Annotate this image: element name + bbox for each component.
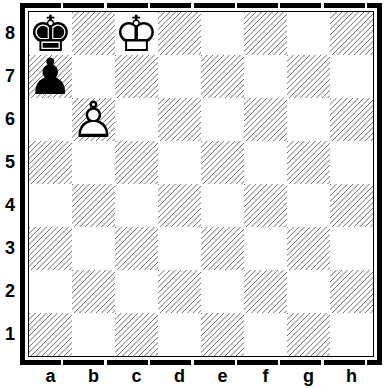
square-f7[interactable] bbox=[244, 55, 287, 98]
square-d5[interactable] bbox=[158, 141, 201, 184]
square-d4[interactable] bbox=[158, 184, 201, 227]
file-labels: abcdefgh bbox=[29, 366, 373, 386]
square-a4[interactable] bbox=[29, 184, 72, 227]
square-b1[interactable] bbox=[72, 313, 115, 356]
file-label-e: e bbox=[201, 366, 244, 387]
file-label-g: g bbox=[287, 366, 330, 387]
square-c8[interactable]: ♔ bbox=[115, 12, 158, 55]
square-g7[interactable] bbox=[287, 55, 330, 98]
square-b5[interactable] bbox=[72, 141, 115, 184]
square-g4[interactable] bbox=[287, 184, 330, 227]
piece-halo: ♟ bbox=[72, 98, 115, 141]
square-h6[interactable] bbox=[330, 98, 373, 141]
square-b6[interactable]: ♟♙ bbox=[72, 98, 115, 141]
square-b2[interactable] bbox=[72, 270, 115, 313]
square-b3[interactable] bbox=[72, 227, 115, 270]
square-h7[interactable] bbox=[330, 55, 373, 98]
square-e6[interactable] bbox=[201, 98, 244, 141]
rank-label-5: 5 bbox=[0, 141, 20, 184]
square-h5[interactable] bbox=[330, 141, 373, 184]
square-a6[interactable] bbox=[29, 98, 72, 141]
square-c1[interactable] bbox=[115, 313, 158, 356]
rank-label-6: 6 bbox=[0, 98, 20, 141]
square-g5[interactable] bbox=[287, 141, 330, 184]
square-c6[interactable] bbox=[115, 98, 158, 141]
square-a2[interactable] bbox=[29, 270, 72, 313]
piece-white-pawn: ♙ bbox=[72, 98, 115, 141]
square-e2[interactable] bbox=[201, 270, 244, 313]
square-e5[interactable] bbox=[201, 141, 244, 184]
square-e8[interactable] bbox=[201, 12, 244, 55]
rank-label-3: 3 bbox=[0, 227, 20, 270]
square-e4[interactable] bbox=[201, 184, 244, 227]
piece-black-pawn: ♟ bbox=[29, 55, 72, 98]
rank-label-8: 8 bbox=[0, 12, 20, 55]
square-f3[interactable] bbox=[244, 227, 287, 270]
square-g8[interactable] bbox=[287, 12, 330, 55]
rank-label-4: 4 bbox=[0, 184, 20, 227]
square-b7[interactable] bbox=[72, 55, 115, 98]
square-d8[interactable] bbox=[158, 12, 201, 55]
rank-label-2: 2 bbox=[0, 270, 20, 313]
file-label-c: c bbox=[115, 366, 158, 387]
square-d7[interactable] bbox=[158, 55, 201, 98]
square-e7[interactable] bbox=[201, 55, 244, 98]
border-notches-bottom bbox=[20, 360, 382, 365]
square-h8[interactable] bbox=[330, 12, 373, 55]
square-d2[interactable] bbox=[158, 270, 201, 313]
square-g2[interactable] bbox=[287, 270, 330, 313]
square-f6[interactable] bbox=[244, 98, 287, 141]
square-a3[interactable] bbox=[29, 227, 72, 270]
square-b4[interactable] bbox=[72, 184, 115, 227]
square-f5[interactable] bbox=[244, 141, 287, 184]
file-label-d: d bbox=[158, 366, 201, 387]
piece-white-king: ♔ bbox=[115, 12, 158, 55]
rank-label-7: 7 bbox=[0, 55, 20, 98]
square-f1[interactable] bbox=[244, 313, 287, 356]
square-e1[interactable] bbox=[201, 313, 244, 356]
square-f8[interactable] bbox=[244, 12, 287, 55]
square-a8[interactable]: ♚ bbox=[29, 12, 72, 55]
square-f4[interactable] bbox=[244, 184, 287, 227]
square-h4[interactable] bbox=[330, 184, 373, 227]
square-g3[interactable] bbox=[287, 227, 330, 270]
file-label-b: b bbox=[72, 366, 115, 387]
piece-black-king: ♚ bbox=[29, 12, 72, 55]
file-label-h: h bbox=[330, 366, 373, 387]
rank-label-1: 1 bbox=[0, 313, 20, 356]
square-a1[interactable] bbox=[29, 313, 72, 356]
square-c5[interactable] bbox=[115, 141, 158, 184]
square-c3[interactable] bbox=[115, 227, 158, 270]
square-a7[interactable]: ♟ bbox=[29, 55, 72, 98]
square-e3[interactable] bbox=[201, 227, 244, 270]
rank-labels: 87654321 bbox=[0, 12, 20, 356]
file-label-f: f bbox=[244, 366, 287, 387]
square-a5[interactable] bbox=[29, 141, 72, 184]
square-g6[interactable] bbox=[287, 98, 330, 141]
square-h1[interactable] bbox=[330, 313, 373, 356]
square-c2[interactable] bbox=[115, 270, 158, 313]
square-f2[interactable] bbox=[244, 270, 287, 313]
chess-board: ♚♔♟♟♙ bbox=[29, 12, 373, 356]
square-b8[interactable] bbox=[72, 12, 115, 55]
square-g1[interactable] bbox=[287, 313, 330, 356]
square-c4[interactable] bbox=[115, 184, 158, 227]
chess-diagram: 87654321 ♚♔♟♟♙ abcdefgh bbox=[0, 0, 384, 388]
square-d1[interactable] bbox=[158, 313, 201, 356]
square-h3[interactable] bbox=[330, 227, 373, 270]
border-notches-top bbox=[20, 3, 382, 8]
square-h2[interactable] bbox=[330, 270, 373, 313]
board-inner-border: ♚♔♟♟♙ bbox=[28, 11, 374, 357]
square-d3[interactable] bbox=[158, 227, 201, 270]
file-label-a: a bbox=[29, 366, 72, 387]
board-frame: ♚♔♟♟♙ bbox=[20, 3, 382, 365]
square-d6[interactable] bbox=[158, 98, 201, 141]
square-c7[interactable] bbox=[115, 55, 158, 98]
